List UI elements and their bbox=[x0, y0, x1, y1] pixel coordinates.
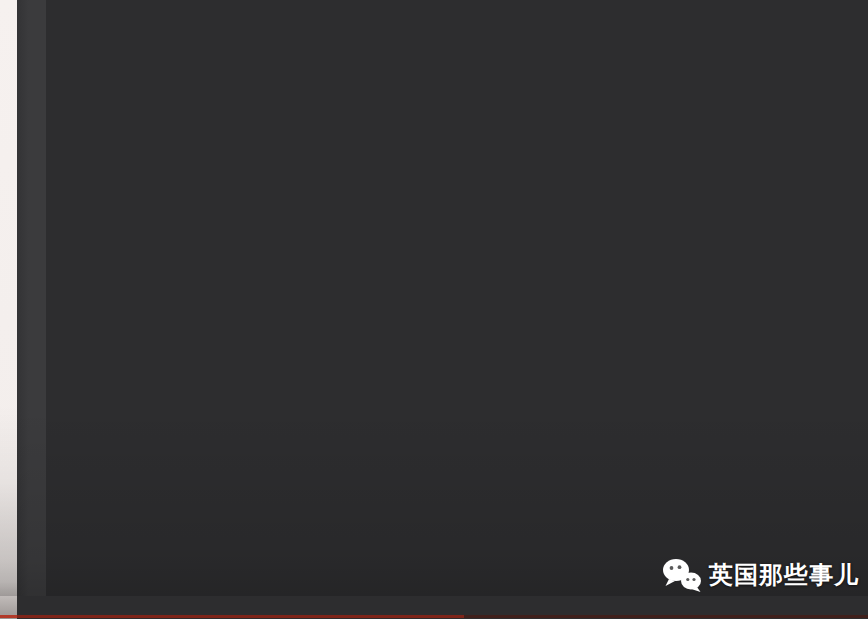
video-left-margin bbox=[0, 0, 17, 619]
rank-coordinate-bar bbox=[17, 0, 46, 619]
board bbox=[46, 0, 868, 596]
video-progress-bar[interactable] bbox=[0, 615, 868, 618]
